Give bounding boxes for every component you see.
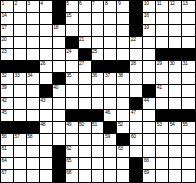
letter-cell[interactable]: 29 <box>156 61 169 73</box>
clue-number: 36 <box>92 73 97 79</box>
clue-number: 38 <box>118 73 123 79</box>
clue-number: 45 <box>2 110 7 116</box>
letter-cell[interactable] <box>143 134 156 146</box>
letter-cell[interactable]: 25 <box>92 49 105 61</box>
clue-number: 49 <box>66 122 71 128</box>
letter-cell[interactable] <box>156 146 169 158</box>
letter-cell[interactable]: 2 <box>14 1 27 13</box>
clue-number: 22 <box>131 37 136 43</box>
letter-cell[interactable] <box>169 25 182 37</box>
letter-cell[interactable] <box>14 13 27 25</box>
letter-cell[interactable]: 57 <box>14 134 27 146</box>
letter-cell[interactable] <box>130 73 143 85</box>
letter-cell[interactable]: 45 <box>1 110 14 122</box>
letter-cell[interactable] <box>169 146 182 158</box>
letter-cell[interactable]: 23 <box>1 49 14 61</box>
letter-cell[interactable]: 36 <box>92 73 105 85</box>
clue-number: 44 <box>144 98 149 104</box>
clue-number: 54 <box>170 122 175 128</box>
letter-cell[interactable]: 6 <box>79 1 92 13</box>
letter-cell[interactable] <box>27 49 40 61</box>
letter-cell[interactable]: 30 <box>169 61 182 73</box>
block-cell <box>92 110 105 122</box>
letter-cell[interactable] <box>143 122 156 134</box>
block-cell <box>117 134 130 146</box>
letter-cell[interactable]: 8 <box>104 1 117 13</box>
letter-cell[interactable] <box>182 13 195 25</box>
letter-cell[interactable] <box>40 146 53 158</box>
letter-cell[interactable] <box>117 85 130 97</box>
letter-cell[interactable] <box>40 25 53 37</box>
letter-cell[interactable]: 52 <box>117 122 130 134</box>
letter-cell[interactable] <box>92 158 105 170</box>
letter-cell[interactable]: 56 <box>1 134 14 146</box>
clue-number: 16 <box>144 13 149 19</box>
letter-cell[interactable] <box>79 170 92 182</box>
letter-cell[interactable] <box>14 25 27 37</box>
letter-cell[interactable] <box>14 158 27 170</box>
letter-cell[interactable] <box>104 49 117 61</box>
letter-cell[interactable]: 37 <box>104 73 117 85</box>
letter-cell[interactable]: 39 <box>1 85 14 97</box>
letter-cell[interactable] <box>143 37 156 49</box>
letter-cell[interactable] <box>66 134 79 146</box>
letter-cell[interactable] <box>156 37 169 49</box>
letter-cell[interactable] <box>53 61 66 73</box>
letter-cell[interactable] <box>40 13 53 25</box>
letter-cell[interactable]: 7 <box>92 1 105 13</box>
letter-cell[interactable] <box>130 146 143 158</box>
letter-cell[interactable] <box>156 158 169 170</box>
letter-cell[interactable] <box>169 85 182 97</box>
letter-cell[interactable] <box>53 49 66 61</box>
clue-number: 4 <box>40 1 42 7</box>
clue-number: 33 <box>14 73 19 79</box>
letter-cell[interactable] <box>182 158 195 170</box>
letter-cell[interactable] <box>14 49 27 61</box>
clue-number: 25 <box>92 49 97 55</box>
clue-number: 29 <box>157 61 162 67</box>
letter-cell[interactable] <box>156 134 169 146</box>
block-cell <box>53 146 66 158</box>
clue-number: 35 <box>66 73 71 79</box>
letter-cell[interactable] <box>40 134 53 146</box>
letter-cell[interactable] <box>40 73 53 85</box>
clue-number: 39 <box>2 85 7 91</box>
letter-cell[interactable] <box>182 85 195 97</box>
clue-number: 60 <box>131 134 136 140</box>
clue-number: 47 <box>131 110 136 116</box>
clue-number: 66 <box>144 158 149 164</box>
letter-cell[interactable] <box>79 158 92 170</box>
letter-cell[interactable] <box>130 85 143 97</box>
letter-cell[interactable] <box>182 37 195 49</box>
letter-cell[interactable] <box>27 110 40 122</box>
clue-number: 10 <box>144 1 149 7</box>
letter-cell[interactable]: 24 <box>66 49 79 61</box>
block-cell <box>27 122 40 134</box>
letter-cell[interactable] <box>182 73 195 85</box>
letter-cell[interactable]: 60 <box>130 134 143 146</box>
letter-cell[interactable] <box>27 13 40 25</box>
letter-cell[interactable] <box>169 98 182 110</box>
clue-number: 67 <box>2 170 7 176</box>
letter-cell[interactable] <box>104 146 117 158</box>
letter-cell[interactable]: 50 <box>79 122 92 134</box>
clue-number: 52 <box>118 122 123 128</box>
letter-cell[interactable] <box>117 98 130 110</box>
clue-number: 51 <box>92 122 97 128</box>
letter-cell[interactable]: 19 <box>143 25 156 37</box>
letter-cell[interactable] <box>79 98 92 110</box>
letter-cell[interactable] <box>79 73 92 85</box>
letter-cell[interactable]: 55 <box>182 122 195 134</box>
letter-cell[interactable] <box>40 37 53 49</box>
letter-cell[interactable] <box>40 158 53 170</box>
letter-cell[interactable]: 33 <box>14 73 27 85</box>
letter-cell[interactable] <box>14 110 27 122</box>
letter-cell[interactable] <box>182 98 195 110</box>
letter-cell[interactable] <box>130 122 143 134</box>
clue-number: 7 <box>92 1 94 7</box>
clue-number: 58 <box>27 134 32 140</box>
letter-cell[interactable] <box>117 13 130 25</box>
letter-cell[interactable] <box>104 37 117 49</box>
letter-cell[interactable]: 69 <box>143 170 156 182</box>
letter-cell[interactable] <box>79 134 92 146</box>
letter-cell[interactable] <box>92 98 105 110</box>
letter-cell[interactable] <box>117 110 130 122</box>
clue-number: 69 <box>144 170 149 176</box>
letter-cell[interactable] <box>104 25 117 37</box>
letter-cell[interactable] <box>182 170 195 182</box>
letter-cell[interactable] <box>53 98 66 110</box>
clue-number: 24 <box>66 49 71 55</box>
block-cell <box>143 85 156 97</box>
letter-cell[interactable] <box>104 158 117 170</box>
letter-cell[interactable] <box>169 73 182 85</box>
clue-number: 62 <box>66 146 71 152</box>
block-cell <box>104 122 117 134</box>
letter-cell[interactable]: 40 <box>53 85 66 97</box>
letter-cell[interactable] <box>92 146 105 158</box>
letter-cell[interactable] <box>27 170 40 182</box>
clue-number: 34 <box>27 73 32 79</box>
clue-number: 61 <box>2 146 7 152</box>
block-cell <box>53 158 66 170</box>
clue-number: 1 <box>2 1 4 7</box>
clue-number: 43 <box>40 98 45 104</box>
letter-cell[interactable]: 42 <box>1 98 14 110</box>
clue-number: 8 <box>105 1 107 7</box>
block-cell <box>130 158 143 170</box>
clue-number: 32 <box>2 73 7 79</box>
block-cell <box>79 110 92 122</box>
letter-cell[interactable] <box>117 49 130 61</box>
block-cell <box>66 110 79 122</box>
letter-cell[interactable] <box>104 170 117 182</box>
letter-cell[interactable] <box>79 85 92 97</box>
letter-cell[interactable] <box>156 98 169 110</box>
letter-cell[interactable] <box>182 146 195 158</box>
letter-cell[interactable]: 11 <box>156 1 169 13</box>
letter-cell[interactable] <box>14 37 27 49</box>
clue-number: 37 <box>105 73 110 79</box>
clue-number: 68 <box>66 170 71 176</box>
letter-cell[interactable]: 12 <box>169 1 182 13</box>
letter-cell[interactable] <box>14 170 27 182</box>
crossword-grid: 1234567891011121314151617181920212223242… <box>0 0 196 183</box>
letter-cell[interactable] <box>27 37 40 49</box>
clue-number: 50 <box>79 122 84 128</box>
letter-cell[interactable]: 31 <box>182 61 195 73</box>
letter-cell[interactable]: 18 <box>53 25 66 37</box>
letter-cell[interactable] <box>169 170 182 182</box>
letter-cell[interactable]: 54 <box>169 122 182 134</box>
letter-cell[interactable] <box>156 25 169 37</box>
clue-number: 30 <box>170 61 175 67</box>
clue-number: 65 <box>66 158 71 164</box>
letter-cell[interactable]: 9 <box>117 1 130 13</box>
clue-number: 27 <box>79 61 84 67</box>
clue-number: 40 <box>53 85 58 91</box>
letter-cell[interactable] <box>169 158 182 170</box>
letter-cell[interactable] <box>79 13 92 25</box>
clue-number: 42 <box>2 98 7 104</box>
clue-number: 53 <box>157 122 162 128</box>
letter-cell[interactable] <box>53 110 66 122</box>
letter-cell[interactable] <box>66 85 79 97</box>
letter-cell[interactable]: 13 <box>182 1 195 13</box>
letter-cell[interactable]: 28 <box>130 61 143 73</box>
clue-number: 5 <box>66 1 68 7</box>
block-cell <box>40 85 53 97</box>
block-cell <box>182 110 195 122</box>
block-cell <box>14 122 27 134</box>
letter-cell[interactable] <box>182 134 195 146</box>
letter-cell[interactable]: 48 <box>40 122 53 134</box>
clue-number: 26 <box>40 61 45 67</box>
letter-cell[interactable]: 47 <box>130 110 143 122</box>
clue-number: 46 <box>105 110 110 116</box>
letter-cell[interactable]: 4 <box>40 1 53 13</box>
letter-cell[interactable]: 3 <box>27 1 40 13</box>
letter-cell[interactable]: 59 <box>104 134 117 146</box>
clue-number: 13 <box>183 1 188 7</box>
letter-cell[interactable]: 44 <box>143 98 156 110</box>
letter-cell[interactable]: 49 <box>66 122 79 134</box>
letter-cell[interactable] <box>117 158 130 170</box>
letter-cell[interactable]: 51 <box>92 122 105 134</box>
letter-cell[interactable] <box>156 170 169 182</box>
block-cell <box>130 170 143 182</box>
clue-number: 41 <box>157 85 162 91</box>
clue-number: 21 <box>79 37 84 43</box>
letter-cell[interactable] <box>92 25 105 37</box>
letter-cell[interactable]: 58 <box>27 134 40 146</box>
block-cell <box>169 110 182 122</box>
letter-cell[interactable] <box>104 13 117 25</box>
letter-cell[interactable] <box>169 134 182 146</box>
block-cell <box>130 1 143 13</box>
letter-cell[interactable]: 68 <box>66 170 79 182</box>
letter-cell[interactable] <box>117 37 130 49</box>
letter-cell[interactable] <box>104 85 117 97</box>
clue-number: 28 <box>131 61 136 67</box>
clue-number: 64 <box>2 158 7 164</box>
letter-cell[interactable] <box>14 85 27 97</box>
clue-number: 19 <box>144 25 149 31</box>
letter-cell[interactable] <box>92 170 105 182</box>
letter-cell[interactable]: 21 <box>79 37 92 49</box>
clue-number: 17 <box>2 25 7 31</box>
letter-cell[interactable]: 38 <box>117 73 130 85</box>
letter-cell[interactable] <box>53 37 66 49</box>
letter-cell[interactable] <box>143 49 156 61</box>
letter-cell[interactable] <box>117 25 130 37</box>
letter-cell[interactable] <box>27 158 40 170</box>
block-cell <box>130 13 143 25</box>
letter-cell[interactable] <box>104 98 117 110</box>
letter-cell[interactable] <box>92 85 105 97</box>
letter-cell[interactable]: 43 <box>40 98 53 110</box>
clue-number: 2 <box>14 1 16 7</box>
letter-cell[interactable] <box>169 37 182 49</box>
clue-number: 55 <box>183 122 188 128</box>
letter-cell[interactable] <box>156 13 169 25</box>
clue-number: 63 <box>118 146 123 152</box>
block-cell <box>156 110 169 122</box>
clue-number: 23 <box>2 49 7 55</box>
letter-cell[interactable]: 41 <box>156 85 169 97</box>
clue-number: 11 <box>157 1 162 7</box>
clue-number: 15 <box>66 13 71 19</box>
clue-number: 56 <box>2 134 7 140</box>
clue-number: 59 <box>105 134 110 140</box>
letter-cell[interactable] <box>40 170 53 182</box>
letter-cell[interactable]: 27 <box>79 61 92 73</box>
letter-cell[interactable] <box>117 170 130 182</box>
letter-cell[interactable]: 63 <box>117 146 130 158</box>
letter-cell[interactable] <box>92 134 105 146</box>
letter-cell[interactable] <box>40 110 53 122</box>
block-cell <box>53 1 66 13</box>
letter-cell[interactable]: 22 <box>130 37 143 49</box>
letter-cell[interactable] <box>27 85 40 97</box>
letter-cell[interactable] <box>27 98 40 110</box>
clue-number: 3 <box>27 1 29 7</box>
block-cell <box>1 122 14 134</box>
letter-cell[interactable] <box>27 146 40 158</box>
letter-cell[interactable] <box>143 73 156 85</box>
clue-number: 18 <box>53 25 58 31</box>
letter-cell[interactable] <box>182 25 195 37</box>
clue-number: 31 <box>183 61 188 67</box>
letter-cell[interactable]: 26 <box>40 61 53 73</box>
letter-cell[interactable]: 34 <box>27 73 40 85</box>
letter-cell[interactable] <box>14 98 27 110</box>
letter-cell[interactable] <box>169 13 182 25</box>
letter-cell[interactable] <box>92 13 105 25</box>
letter-cell[interactable]: 46 <box>104 110 117 122</box>
letter-cell[interactable] <box>66 98 79 110</box>
clue-number: 14 <box>2 13 7 19</box>
letter-cell[interactable]: 53 <box>156 122 169 134</box>
letter-cell[interactable] <box>53 134 66 146</box>
letter-cell[interactable] <box>66 25 79 37</box>
clue-number: 9 <box>118 1 120 7</box>
letter-cell[interactable] <box>143 110 156 122</box>
clue-number: 20 <box>2 37 7 43</box>
clue-number: 6 <box>79 1 81 7</box>
clue-number: 57 <box>14 134 19 140</box>
letter-cell[interactable] <box>14 146 27 158</box>
letter-cell[interactable]: 35 <box>66 73 79 85</box>
letter-cell[interactable] <box>143 61 156 73</box>
letter-cell[interactable] <box>79 146 92 158</box>
letter-cell[interactable]: 15 <box>66 13 79 25</box>
clue-number: 12 <box>170 1 175 7</box>
letter-cell[interactable]: 67 <box>1 170 14 182</box>
block-cell <box>130 98 143 110</box>
letter-cell[interactable] <box>53 122 66 134</box>
letter-cell[interactable] <box>27 25 40 37</box>
block-cell <box>53 170 66 182</box>
clue-number: 48 <box>40 122 45 128</box>
